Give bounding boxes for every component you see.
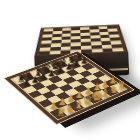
box-top-square — [49, 50, 60, 54]
box-checkered-top — [34, 24, 128, 57]
square-h1: ♜ — [110, 83, 126, 92]
box-top-square — [81, 49, 92, 53]
box-top-square — [112, 48, 123, 52]
box-lid — [33, 17, 128, 57]
product-photo-scene: ♜♞♝♛♚♝♞♜♟♟♟♟♟♟♟♟♟♟♟♟♟♟♟♟♜♞♝♛♚♝♞♜ — [0, 0, 140, 140]
box-top-square — [91, 49, 102, 53]
box-top-grid — [39, 26, 124, 55]
box-top-square — [39, 51, 50, 55]
white-rook: ♜ — [117, 81, 126, 91]
